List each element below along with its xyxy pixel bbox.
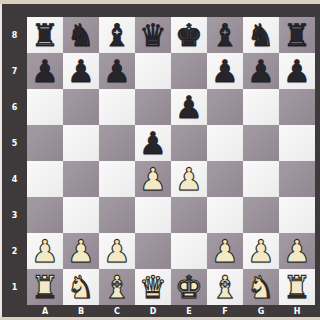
square-b5[interactable] xyxy=(63,125,99,161)
square-c5[interactable] xyxy=(99,125,135,161)
square-h3[interactable] xyxy=(279,197,315,233)
square-h1[interactable]: ♜ xyxy=(279,269,315,305)
square-f8[interactable]: ♝ xyxy=(207,17,243,53)
square-a7[interactable]: ♟ xyxy=(27,53,63,89)
piece-white-pawn: ♟ xyxy=(63,233,99,269)
chess-board: ♜♞♝♛♚♝♞♜♟♟♟♟♟♟♟♟♟♟♟♟♟♟♟♟♜♞♝♛♚♝♞♜ xyxy=(27,17,315,305)
square-b6[interactable] xyxy=(63,89,99,125)
square-e1[interactable]: ♚ xyxy=(171,269,207,305)
piece-black-knight: ♞ xyxy=(63,17,99,53)
piece-black-queen: ♛ xyxy=(135,17,171,53)
piece-white-knight: ♞ xyxy=(63,269,99,305)
file-label-b: B xyxy=(63,305,99,317)
square-b2[interactable]: ♟ xyxy=(63,233,99,269)
piece-white-king: ♚ xyxy=(171,269,207,305)
piece-white-pawn: ♟ xyxy=(207,233,243,269)
square-h2[interactable]: ♟ xyxy=(279,233,315,269)
square-a1[interactable]: ♜ xyxy=(27,269,63,305)
square-f3[interactable] xyxy=(207,197,243,233)
square-e6[interactable]: ♟ xyxy=(171,89,207,125)
square-e4[interactable]: ♟ xyxy=(171,161,207,197)
piece-black-pawn: ♟ xyxy=(99,53,135,89)
square-b8[interactable]: ♞ xyxy=(63,17,99,53)
square-g4[interactable] xyxy=(243,161,279,197)
file-label-d: D xyxy=(135,305,171,317)
piece-white-pawn: ♟ xyxy=(99,233,135,269)
square-c8[interactable]: ♝ xyxy=(99,17,135,53)
piece-black-pawn: ♟ xyxy=(279,53,315,89)
piece-black-pawn: ♟ xyxy=(207,53,243,89)
piece-black-rook: ♜ xyxy=(27,17,63,53)
square-d4[interactable]: ♟ xyxy=(135,161,171,197)
square-e3[interactable] xyxy=(171,197,207,233)
square-c3[interactable] xyxy=(99,197,135,233)
square-c6[interactable] xyxy=(99,89,135,125)
square-c4[interactable] xyxy=(99,161,135,197)
piece-black-rook: ♜ xyxy=(279,17,315,53)
page-background: 87654321 ♜♞♝♛♚♝♞♜♟♟♟♟♟♟♟♟♟♟♟♟♟♟♟♟♜♞♝♛♚♝♞… xyxy=(0,0,320,320)
square-h8[interactable]: ♜ xyxy=(279,17,315,53)
square-d8[interactable]: ♛ xyxy=(135,17,171,53)
rank-label-1: 1 xyxy=(2,269,27,305)
square-g3[interactable] xyxy=(243,197,279,233)
square-f4[interactable] xyxy=(207,161,243,197)
piece-white-pawn: ♟ xyxy=(27,233,63,269)
square-b3[interactable] xyxy=(63,197,99,233)
piece-black-pawn: ♟ xyxy=(27,53,63,89)
piece-black-king: ♚ xyxy=(171,17,207,53)
piece-white-pawn: ♟ xyxy=(279,233,315,269)
rank-label-2: 2 xyxy=(2,233,27,269)
square-g6[interactable] xyxy=(243,89,279,125)
rank-label-5: 5 xyxy=(2,125,27,161)
file-label-e: E xyxy=(171,305,207,317)
square-d6[interactable] xyxy=(135,89,171,125)
square-b1[interactable]: ♞ xyxy=(63,269,99,305)
square-a6[interactable] xyxy=(27,89,63,125)
piece-white-pawn: ♟ xyxy=(135,161,171,197)
square-c1[interactable]: ♝ xyxy=(99,269,135,305)
piece-black-pawn: ♟ xyxy=(243,53,279,89)
file-label-f: F xyxy=(207,305,243,317)
square-g2[interactable]: ♟ xyxy=(243,233,279,269)
piece-black-bishop: ♝ xyxy=(99,17,135,53)
square-d3[interactable] xyxy=(135,197,171,233)
square-e5[interactable] xyxy=(171,125,207,161)
square-f1[interactable]: ♝ xyxy=(207,269,243,305)
square-g7[interactable]: ♟ xyxy=(243,53,279,89)
rank-labels: 87654321 xyxy=(2,17,27,305)
square-e2[interactable] xyxy=(171,233,207,269)
piece-white-knight: ♞ xyxy=(243,269,279,305)
square-b7[interactable]: ♟ xyxy=(63,53,99,89)
piece-black-bishop: ♝ xyxy=(207,17,243,53)
square-d1[interactable]: ♛ xyxy=(135,269,171,305)
file-label-a: A xyxy=(27,305,63,317)
piece-white-pawn: ♟ xyxy=(243,233,279,269)
square-h5[interactable] xyxy=(279,125,315,161)
square-e8[interactable]: ♚ xyxy=(171,17,207,53)
square-a2[interactable]: ♟ xyxy=(27,233,63,269)
piece-white-rook: ♜ xyxy=(27,269,63,305)
square-c2[interactable]: ♟ xyxy=(99,233,135,269)
rank-label-6: 6 xyxy=(2,89,27,125)
board-frame: 87654321 ♜♞♝♛♚♝♞♜♟♟♟♟♟♟♟♟♟♟♟♟♟♟♟♟♜♞♝♛♚♝♞… xyxy=(2,4,320,317)
square-f5[interactable] xyxy=(207,125,243,161)
rank-label-7: 7 xyxy=(2,53,27,89)
piece-black-pawn: ♟ xyxy=(63,53,99,89)
square-a8[interactable]: ♜ xyxy=(27,17,63,53)
file-label-c: C xyxy=(99,305,135,317)
rank-label-4: 4 xyxy=(2,161,27,197)
square-a3[interactable] xyxy=(27,197,63,233)
square-c7[interactable]: ♟ xyxy=(99,53,135,89)
file-labels: ABCDEFGH xyxy=(27,305,315,317)
rank-label-3: 3 xyxy=(2,197,27,233)
square-f6[interactable] xyxy=(207,89,243,125)
piece-white-pawn: ♟ xyxy=(171,161,207,197)
square-a4[interactable] xyxy=(27,161,63,197)
piece-black-pawn: ♟ xyxy=(171,89,207,125)
square-d5[interactable]: ♟ xyxy=(135,125,171,161)
square-g5[interactable] xyxy=(243,125,279,161)
square-f7[interactable]: ♟ xyxy=(207,53,243,89)
square-f2[interactable]: ♟ xyxy=(207,233,243,269)
piece-white-queen: ♛ xyxy=(135,269,171,305)
square-g1[interactable]: ♞ xyxy=(243,269,279,305)
square-a5[interactable] xyxy=(27,125,63,161)
piece-white-rook: ♜ xyxy=(279,269,315,305)
piece-white-bishop: ♝ xyxy=(207,269,243,305)
piece-white-bishop: ♝ xyxy=(99,269,135,305)
piece-black-pawn: ♟ xyxy=(135,125,171,161)
file-label-g: G xyxy=(243,305,279,317)
file-label-h: H xyxy=(279,305,315,317)
square-h7[interactable]: ♟ xyxy=(279,53,315,89)
square-h4[interactable] xyxy=(279,161,315,197)
rank-label-8: 8 xyxy=(2,17,27,53)
square-b4[interactable] xyxy=(63,161,99,197)
square-g8[interactable]: ♞ xyxy=(243,17,279,53)
square-d7[interactable] xyxy=(135,53,171,89)
square-e7[interactable] xyxy=(171,53,207,89)
square-d2[interactable] xyxy=(135,233,171,269)
piece-black-knight: ♞ xyxy=(243,17,279,53)
square-h6[interactable] xyxy=(279,89,315,125)
